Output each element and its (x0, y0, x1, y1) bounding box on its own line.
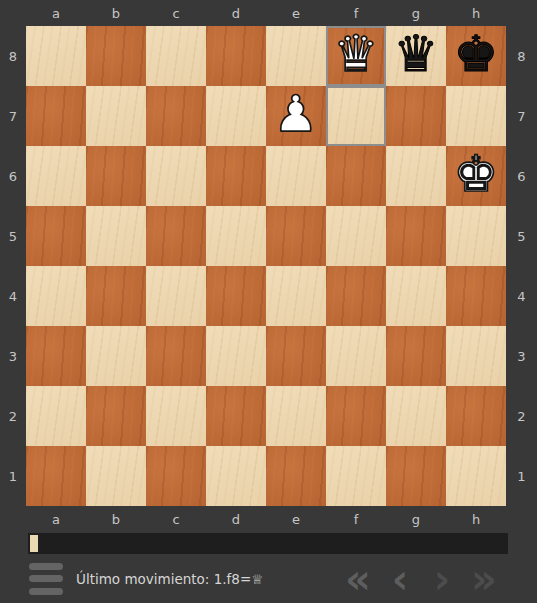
square-a1[interactable] (26, 446, 86, 506)
square-b6[interactable] (86, 146, 146, 206)
square-f5[interactable] (326, 206, 386, 266)
square-c5[interactable] (146, 206, 206, 266)
square-c8[interactable] (146, 26, 206, 86)
file-label-f: f (326, 506, 386, 532)
square-h7[interactable] (446, 86, 506, 146)
square-g2[interactable] (386, 386, 446, 446)
square-g5[interactable] (386, 206, 446, 266)
square-d7[interactable] (206, 86, 266, 146)
square-g7[interactable] (386, 86, 446, 146)
piece-black-king[interactable]: ♚ (454, 24, 499, 84)
chess-app: abcdefgh 87654321 87654321 ♛♛♚♟♚ abcdefg… (0, 0, 537, 603)
square-d8[interactable] (206, 26, 266, 86)
file-label-e: e (266, 0, 326, 26)
square-f6[interactable] (326, 146, 386, 206)
square-h3[interactable] (446, 326, 506, 386)
square-c4[interactable] (146, 266, 206, 326)
square-f1[interactable] (326, 446, 386, 506)
square-h6[interactable]: ♚ (446, 146, 506, 206)
square-h2[interactable] (446, 386, 506, 446)
square-g1[interactable] (386, 446, 446, 506)
first-move-button[interactable]: « (337, 557, 379, 601)
rank-label-6: 6 (506, 146, 537, 206)
square-b1[interactable] (86, 446, 146, 506)
next-move-button[interactable]: › (421, 557, 463, 601)
square-d1[interactable] (206, 446, 266, 506)
square-h1[interactable] (446, 446, 506, 506)
square-e4[interactable] (266, 266, 326, 326)
file-label-b: b (86, 0, 146, 26)
file-labels-top: abcdefgh (26, 0, 506, 26)
square-a3[interactable] (26, 326, 86, 386)
square-g3[interactable] (386, 326, 446, 386)
piece-white-pawn[interactable]: ♟ (274, 84, 319, 144)
square-f7[interactable] (326, 86, 386, 146)
square-b3[interactable] (86, 326, 146, 386)
rank-label-1: 1 (506, 446, 537, 506)
file-label-c: c (146, 506, 206, 532)
square-a5[interactable] (26, 206, 86, 266)
square-e8[interactable] (266, 26, 326, 86)
square-a2[interactable] (26, 386, 86, 446)
move-navigation: « ‹ › » (337, 557, 505, 601)
piece-white-king[interactable]: ♚ (454, 144, 499, 204)
square-e7[interactable]: ♟ (266, 86, 326, 146)
square-f2[interactable] (326, 386, 386, 446)
square-b2[interactable] (86, 386, 146, 446)
hamburger-icon (29, 563, 63, 570)
bottom-controls: Último movimiento: 1.f8=♕ « ‹ › » (0, 554, 537, 603)
piece-white-queen[interactable]: ♛ (334, 24, 379, 84)
rank-label-4: 4 (0, 266, 26, 326)
hamburger-icon (29, 588, 63, 595)
square-e2[interactable] (266, 386, 326, 446)
rank-label-2: 2 (0, 386, 26, 446)
square-d3[interactable] (206, 326, 266, 386)
square-g4[interactable] (386, 266, 446, 326)
hamburger-icon (29, 575, 63, 582)
square-c1[interactable] (146, 446, 206, 506)
file-label-h: h (446, 0, 506, 26)
scrubber-thumb[interactable] (30, 535, 38, 552)
file-label-d: d (206, 0, 266, 26)
square-b4[interactable] (86, 266, 146, 326)
square-c7[interactable] (146, 86, 206, 146)
square-e5[interactable] (266, 206, 326, 266)
chess-board: ♛♛♚♟♚ (26, 26, 506, 506)
file-label-b: b (86, 506, 146, 532)
last-move-status: Último movimiento: 1.f8=♕ (76, 571, 337, 587)
square-a7[interactable] (26, 86, 86, 146)
file-label-a: a (26, 0, 86, 26)
rank-label-6: 6 (0, 146, 26, 206)
square-a8[interactable] (26, 26, 86, 86)
file-label-c: c (146, 0, 206, 26)
rank-label-8: 8 (0, 26, 26, 86)
square-g6[interactable] (386, 146, 446, 206)
square-a6[interactable] (26, 146, 86, 206)
square-b7[interactable] (86, 86, 146, 146)
square-d6[interactable] (206, 146, 266, 206)
previous-move-button[interactable]: ‹ (379, 557, 421, 601)
file-labels-bottom: abcdefgh (26, 506, 506, 532)
rank-labels-right: 87654321 (506, 26, 537, 506)
file-label-a: a (26, 506, 86, 532)
rank-label-7: 7 (506, 86, 537, 146)
square-f4[interactable] (326, 266, 386, 326)
rank-label-3: 3 (506, 326, 537, 386)
square-a4[interactable] (26, 266, 86, 326)
file-label-e: e (266, 506, 326, 532)
last-move-button[interactable]: » (463, 557, 505, 601)
rank-label-2: 2 (506, 386, 537, 446)
rank-label-3: 3 (0, 326, 26, 386)
square-c2[interactable] (146, 386, 206, 446)
square-g8[interactable]: ♛ (386, 26, 446, 86)
square-f3[interactable] (326, 326, 386, 386)
square-h4[interactable] (446, 266, 506, 326)
square-f8[interactable]: ♛ (326, 26, 386, 86)
file-label-g: g (386, 0, 446, 26)
rank-label-5: 5 (506, 206, 537, 266)
rank-label-8: 8 (506, 26, 537, 86)
square-h8[interactable]: ♚ (446, 26, 506, 86)
rank-labels-left: 87654321 (0, 26, 26, 506)
square-d5[interactable] (206, 206, 266, 266)
piece-black-queen[interactable]: ♛ (394, 24, 439, 84)
menu-button[interactable] (29, 563, 63, 595)
square-b8[interactable] (86, 26, 146, 86)
file-label-d: d (206, 506, 266, 532)
square-b5[interactable] (86, 206, 146, 266)
square-e6[interactable] (266, 146, 326, 206)
rank-label-5: 5 (0, 206, 26, 266)
move-scrubber[interactable] (28, 533, 508, 554)
rank-label-7: 7 (0, 86, 26, 146)
file-label-f: f (326, 0, 386, 26)
rank-label-4: 4 (506, 266, 537, 326)
square-h5[interactable] (446, 206, 506, 266)
square-e1[interactable] (266, 446, 326, 506)
square-c3[interactable] (146, 326, 206, 386)
square-c6[interactable] (146, 146, 206, 206)
square-e3[interactable] (266, 326, 326, 386)
file-label-h: h (446, 506, 506, 532)
square-d2[interactable] (206, 386, 266, 446)
square-d4[interactable] (206, 266, 266, 326)
rank-label-1: 1 (0, 446, 26, 506)
file-label-g: g (386, 506, 446, 532)
